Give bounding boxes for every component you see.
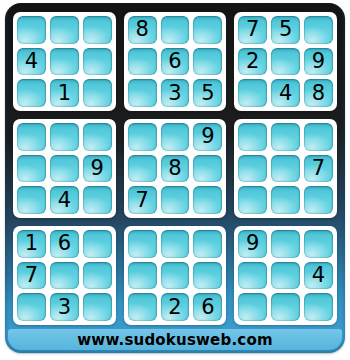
cell-r1c1-empty[interactable] [17, 16, 46, 44]
cell-r8c4-empty[interactable] [128, 262, 157, 290]
cell-r1c6-empty[interactable] [193, 16, 222, 44]
cell-r3c4-empty[interactable] [128, 79, 157, 107]
cell-r4c8-empty[interactable] [271, 123, 300, 151]
cell-r6c7-empty[interactable] [238, 186, 267, 214]
cell-r5c8-empty[interactable] [271, 155, 300, 183]
cell-r5c3-given[interactable]: 9 [83, 155, 112, 183]
box-1-1: 41 [13, 12, 116, 111]
footer-bar: www.sudokusweb.com [8, 329, 342, 350]
cell-r5c2-empty[interactable] [50, 155, 79, 183]
cell-r6c9-empty[interactable] [304, 186, 333, 214]
cell-r9c4-empty[interactable] [128, 293, 157, 321]
cell-r3c5-given[interactable]: 3 [161, 79, 190, 107]
cell-r4c6-given[interactable]: 9 [193, 123, 222, 151]
cell-r1c9-empty[interactable] [304, 16, 333, 44]
cell-r8c3-empty[interactable] [83, 262, 112, 290]
cell-r4c4-empty[interactable] [128, 123, 157, 151]
cell-r6c8-empty[interactable] [271, 186, 300, 214]
cell-r5c1-empty[interactable] [17, 155, 46, 183]
cell-r2c7-given[interactable]: 2 [238, 48, 267, 76]
cell-r4c5-empty[interactable] [161, 123, 190, 151]
cell-r6c1-empty[interactable] [17, 186, 46, 214]
cell-r2c3-empty[interactable] [83, 48, 112, 76]
cell-r6c2-given[interactable]: 4 [50, 186, 79, 214]
cell-r6c3-empty[interactable] [83, 186, 112, 214]
cell-r2c1-given[interactable]: 4 [17, 48, 46, 76]
box-3-1: 1673 [13, 226, 116, 325]
cell-r7c1-given[interactable]: 1 [17, 230, 46, 258]
sudoku-board-frame: 41863575294894987716732694 www.sudokuswe… [5, 3, 345, 353]
box-2-3: 7 [234, 119, 337, 218]
box-3-3: 94 [234, 226, 337, 325]
box-2-2: 987 [124, 119, 227, 218]
cell-r9c3-empty[interactable] [83, 293, 112, 321]
box-2-1: 94 [13, 119, 116, 218]
cell-r1c5-empty[interactable] [161, 16, 190, 44]
cell-r1c2-empty[interactable] [50, 16, 79, 44]
cell-r7c6-empty[interactable] [193, 230, 222, 258]
cell-r2c2-empty[interactable] [50, 48, 79, 76]
cell-r4c1-empty[interactable] [17, 123, 46, 151]
cell-r7c7-given[interactable]: 9 [238, 230, 267, 258]
cell-r1c7-given[interactable]: 7 [238, 16, 267, 44]
cell-r2c4-empty[interactable] [128, 48, 157, 76]
cell-r1c8-given[interactable]: 5 [271, 16, 300, 44]
cell-r9c8-empty[interactable] [271, 293, 300, 321]
cell-r3c2-given[interactable]: 1 [50, 79, 79, 107]
cell-r8c1-given[interactable]: 7 [17, 262, 46, 290]
cell-r8c5-empty[interactable] [161, 262, 190, 290]
cell-r9c7-empty[interactable] [238, 293, 267, 321]
cell-r7c5-empty[interactable] [161, 230, 190, 258]
box-1-2: 8635 [124, 12, 227, 111]
cell-r6c4-given[interactable]: 7 [128, 186, 157, 214]
sudoku-board: 41863575294894987716732694 [13, 12, 337, 325]
cell-r7c2-given[interactable]: 6 [50, 230, 79, 258]
cell-r9c1-empty[interactable] [17, 293, 46, 321]
cell-r4c7-empty[interactable] [238, 123, 267, 151]
cell-r5c4-empty[interactable] [128, 155, 157, 183]
cell-r7c9-empty[interactable] [304, 230, 333, 258]
cell-r1c3-empty[interactable] [83, 16, 112, 44]
cell-r7c4-empty[interactable] [128, 230, 157, 258]
cell-r2c6-empty[interactable] [193, 48, 222, 76]
cell-r5c6-empty[interactable] [193, 155, 222, 183]
cell-r3c6-given[interactable]: 5 [193, 79, 222, 107]
cell-r9c5-given[interactable]: 2 [161, 293, 190, 321]
cell-r4c9-empty[interactable] [304, 123, 333, 151]
cell-r2c5-given[interactable]: 6 [161, 48, 190, 76]
cell-r3c8-given[interactable]: 4 [271, 79, 300, 107]
cell-r9c2-given[interactable]: 3 [50, 293, 79, 321]
cell-r9c9-empty[interactable] [304, 293, 333, 321]
box-3-2: 26 [124, 226, 227, 325]
cell-r6c5-empty[interactable] [161, 186, 190, 214]
cell-r9c6-given[interactable]: 6 [193, 293, 222, 321]
cell-r3c7-empty[interactable] [238, 79, 267, 107]
cell-r5c9-given[interactable]: 7 [304, 155, 333, 183]
cell-r8c9-given[interactable]: 4 [304, 262, 333, 290]
cell-r3c3-empty[interactable] [83, 79, 112, 107]
cell-r5c7-empty[interactable] [238, 155, 267, 183]
cell-r3c1-empty[interactable] [17, 79, 46, 107]
cell-r4c2-empty[interactable] [50, 123, 79, 151]
cell-r6c6-empty[interactable] [193, 186, 222, 214]
cell-r8c7-empty[interactable] [238, 262, 267, 290]
cell-r2c9-given[interactable]: 9 [304, 48, 333, 76]
cell-r1c4-given[interactable]: 8 [128, 16, 157, 44]
website-link[interactable]: www.sudokusweb.com [77, 331, 272, 349]
cell-r2c8-empty[interactable] [271, 48, 300, 76]
cell-r8c2-empty[interactable] [50, 262, 79, 290]
cell-r4c3-empty[interactable] [83, 123, 112, 151]
cell-r7c3-empty[interactable] [83, 230, 112, 258]
cell-r8c6-empty[interactable] [193, 262, 222, 290]
cell-r5c5-given[interactable]: 8 [161, 155, 190, 183]
box-1-3: 752948 [234, 12, 337, 111]
cell-r7c8-empty[interactable] [271, 230, 300, 258]
cell-r3c9-given[interactable]: 8 [304, 79, 333, 107]
cell-r8c8-empty[interactable] [271, 262, 300, 290]
